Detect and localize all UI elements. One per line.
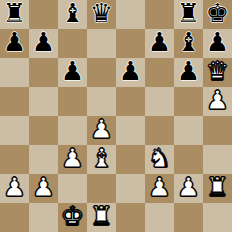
- square-d6[interactable]: [87, 58, 116, 87]
- square-e3[interactable]: [116, 145, 145, 174]
- square-b5[interactable]: [29, 87, 58, 116]
- square-d3[interactable]: ♝: [87, 145, 116, 174]
- piece-white-pawn: ♟: [206, 87, 229, 115]
- square-d4[interactable]: ♟: [87, 116, 116, 145]
- square-g2[interactable]: ♟: [174, 174, 203, 203]
- square-f2[interactable]: ♟: [145, 174, 174, 203]
- piece-black-bishop: ♝: [61, 0, 84, 28]
- piece-white-rook: ♜: [90, 203, 113, 231]
- square-b4[interactable]: [29, 116, 58, 145]
- square-g3[interactable]: [174, 145, 203, 174]
- square-f6[interactable]: [145, 58, 174, 87]
- piece-white-pawn: ♟: [90, 116, 113, 144]
- square-h4[interactable]: [203, 116, 232, 145]
- square-d8[interactable]: ♛: [87, 0, 116, 29]
- square-h8[interactable]: ♚: [203, 0, 232, 29]
- square-f4[interactable]: [145, 116, 174, 145]
- square-d5[interactable]: [87, 87, 116, 116]
- square-f5[interactable]: [145, 87, 174, 116]
- piece-black-bishop: ♝: [177, 29, 200, 57]
- square-g1[interactable]: [174, 203, 203, 232]
- square-g5[interactable]: [174, 87, 203, 116]
- square-e4[interactable]: [116, 116, 145, 145]
- piece-black-pawn: ♟: [119, 58, 142, 86]
- square-b7[interactable]: ♟: [29, 29, 58, 58]
- square-c5[interactable]: [58, 87, 87, 116]
- piece-black-rook: ♜: [3, 0, 26, 28]
- square-d2[interactable]: [87, 174, 116, 203]
- square-a8[interactable]: ♜: [0, 0, 29, 29]
- piece-white-pawn: ♟: [32, 174, 55, 202]
- piece-black-pawn: ♟: [148, 29, 171, 57]
- square-c6[interactable]: ♟: [58, 58, 87, 87]
- square-g4[interactable]: [174, 116, 203, 145]
- square-a2[interactable]: ♟: [0, 174, 29, 203]
- square-a5[interactable]: [0, 87, 29, 116]
- square-e2[interactable]: [116, 174, 145, 203]
- square-h5[interactable]: ♟: [203, 87, 232, 116]
- piece-white-pawn: ♟: [177, 174, 200, 202]
- square-c1[interactable]: ♚: [58, 203, 87, 232]
- piece-black-queen: ♛: [90, 0, 113, 28]
- square-c7[interactable]: [58, 29, 87, 58]
- piece-white-queen: ♛: [206, 58, 229, 86]
- square-b1[interactable]: [29, 203, 58, 232]
- piece-white-pawn: ♟: [61, 145, 84, 173]
- square-f7[interactable]: ♟: [145, 29, 174, 58]
- piece-white-pawn: ♟: [3, 174, 26, 202]
- piece-white-king: ♚: [61, 203, 84, 231]
- square-g6[interactable]: ♟: [174, 58, 203, 87]
- square-h7[interactable]: ♟: [203, 29, 232, 58]
- square-d7[interactable]: [87, 29, 116, 58]
- square-f3[interactable]: ♞: [145, 145, 174, 174]
- square-a3[interactable]: [0, 145, 29, 174]
- square-h6[interactable]: ♛: [203, 58, 232, 87]
- square-e6[interactable]: ♟: [116, 58, 145, 87]
- piece-black-rook: ♜: [177, 0, 200, 28]
- square-a7[interactable]: ♟: [0, 29, 29, 58]
- chess-board: ♜♝♛♜♚♟♟♟♝♟♟♟♟♛♟♟♟♝♞♟♟♟♟♜♚♜: [0, 0, 232, 232]
- square-g8[interactable]: ♜: [174, 0, 203, 29]
- square-a4[interactable]: [0, 116, 29, 145]
- square-c2[interactable]: [58, 174, 87, 203]
- piece-black-pawn: ♟: [32, 29, 55, 57]
- piece-white-pawn: ♟: [148, 174, 171, 202]
- square-c3[interactable]: ♟: [58, 145, 87, 174]
- piece-white-bishop: ♝: [90, 145, 113, 173]
- square-e5[interactable]: [116, 87, 145, 116]
- square-c8[interactable]: ♝: [58, 0, 87, 29]
- square-h2[interactable]: ♜: [203, 174, 232, 203]
- square-h1[interactable]: [203, 203, 232, 232]
- piece-black-pawn: ♟: [206, 29, 229, 57]
- piece-black-pawn: ♟: [177, 58, 200, 86]
- piece-black-king: ♚: [206, 0, 229, 28]
- square-b2[interactable]: ♟: [29, 174, 58, 203]
- square-e7[interactable]: [116, 29, 145, 58]
- square-c4[interactable]: [58, 116, 87, 145]
- square-f8[interactable]: [145, 0, 174, 29]
- square-d1[interactable]: ♜: [87, 203, 116, 232]
- square-e1[interactable]: [116, 203, 145, 232]
- square-f1[interactable]: [145, 203, 174, 232]
- square-g7[interactable]: ♝: [174, 29, 203, 58]
- square-b3[interactable]: [29, 145, 58, 174]
- square-h3[interactable]: [203, 145, 232, 174]
- piece-white-rook: ♜: [206, 174, 229, 202]
- piece-black-pawn: ♟: [61, 58, 84, 86]
- square-e8[interactable]: [116, 0, 145, 29]
- square-a6[interactable]: [0, 58, 29, 87]
- square-b6[interactable]: [29, 58, 58, 87]
- piece-black-pawn: ♟: [3, 29, 26, 57]
- square-a1[interactable]: [0, 203, 29, 232]
- square-b8[interactable]: [29, 0, 58, 29]
- piece-white-knight: ♞: [148, 145, 171, 173]
